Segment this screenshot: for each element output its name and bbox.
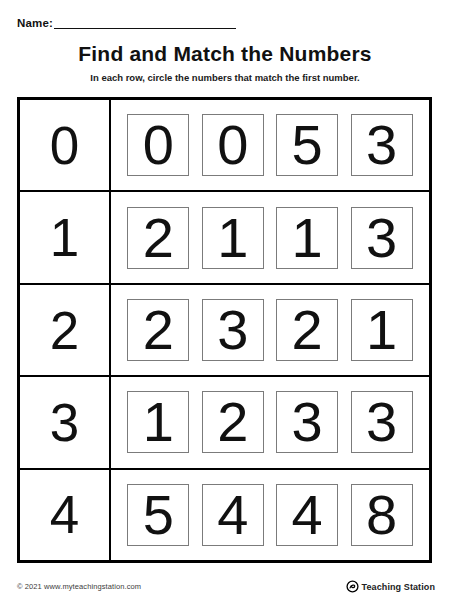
option-number[interactable]: 2: [127, 207, 189, 269]
target-number: 1: [20, 192, 111, 282]
worksheet-row: 45448: [20, 468, 429, 560]
name-label: Name:: [17, 17, 53, 29]
brand-name: Teaching Station: [362, 582, 435, 592]
options-cell: 0053: [111, 100, 429, 190]
option-number[interactable]: 3: [276, 391, 338, 453]
option-number[interactable]: 0: [202, 114, 264, 176]
teaching-station-logo-icon: [346, 580, 359, 593]
worksheet-grid: 0005312113223213123345448: [17, 97, 432, 563]
option-number[interactable]: 2: [202, 391, 264, 453]
options-cell: 2113: [111, 192, 429, 282]
page-title: Find and Match the Numbers: [17, 42, 433, 66]
name-row: Name:: [17, 17, 433, 29]
brand: Teaching Station: [346, 580, 435, 593]
options-cell: 5448: [111, 470, 429, 560]
target-number: 4: [20, 470, 111, 560]
worksheet-row: 12113: [20, 190, 429, 282]
footer: © 2021 www.myteachingstation.com Teachin…: [0, 580, 450, 593]
option-number[interactable]: 5: [127, 484, 189, 546]
option-number[interactable]: 3: [202, 299, 264, 361]
option-number[interactable]: 3: [351, 391, 413, 453]
option-number[interactable]: 1: [127, 391, 189, 453]
option-number[interactable]: 1: [202, 207, 264, 269]
option-number[interactable]: 8: [351, 484, 413, 546]
options-cell: 2321: [111, 285, 429, 375]
option-number[interactable]: 1: [351, 299, 413, 361]
option-number[interactable]: 5: [276, 114, 338, 176]
target-number: 0: [20, 100, 111, 190]
option-number[interactable]: 0: [127, 114, 189, 176]
option-number[interactable]: 1: [276, 207, 338, 269]
option-number[interactable]: 3: [351, 207, 413, 269]
option-number[interactable]: 2: [127, 299, 189, 361]
option-number[interactable]: 2: [276, 299, 338, 361]
option-number[interactable]: 4: [202, 484, 264, 546]
copyright-text: © 2021 www.myteachingstation.com: [17, 582, 141, 591]
worksheet-row: 00053: [20, 100, 429, 190]
option-number[interactable]: 4: [276, 484, 338, 546]
options-cell: 1233: [111, 377, 429, 467]
worksheet-row: 31233: [20, 375, 429, 467]
target-number: 3: [20, 377, 111, 467]
option-number[interactable]: 3: [351, 114, 413, 176]
worksheet-header: Name: Find and Match the Numbers In each…: [0, 0, 450, 83]
instructions-text: In each row, circle the numbers that mat…: [17, 72, 433, 83]
worksheet-row: 22321: [20, 283, 429, 375]
name-blank-field[interactable]: [54, 18, 236, 29]
target-number: 2: [20, 285, 111, 375]
